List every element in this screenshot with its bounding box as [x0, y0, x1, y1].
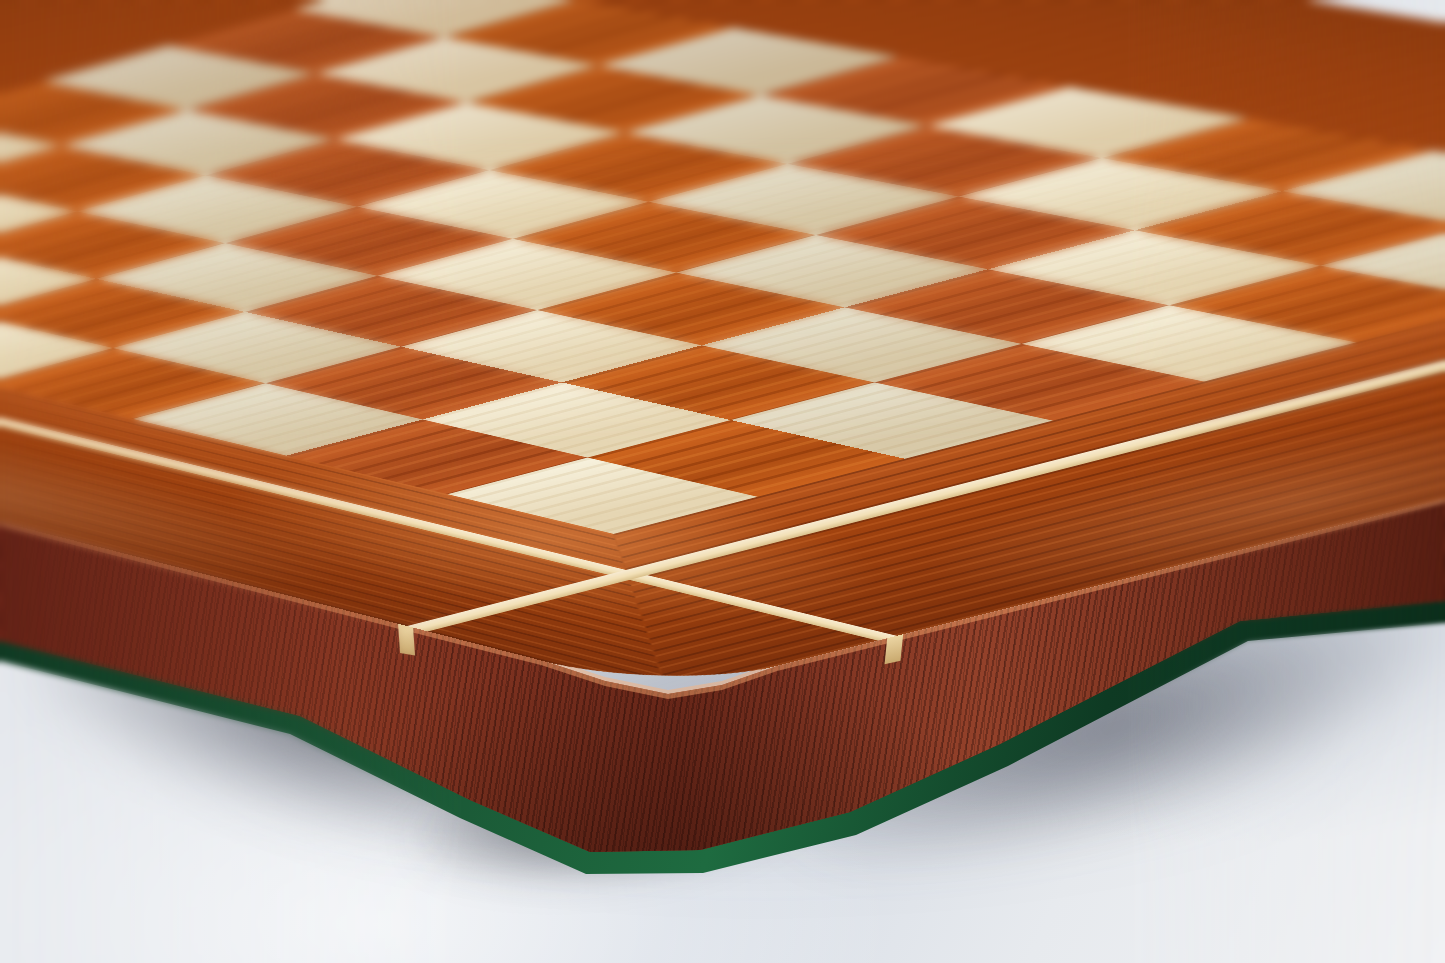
photo-stage: [0, 0, 1445, 963]
